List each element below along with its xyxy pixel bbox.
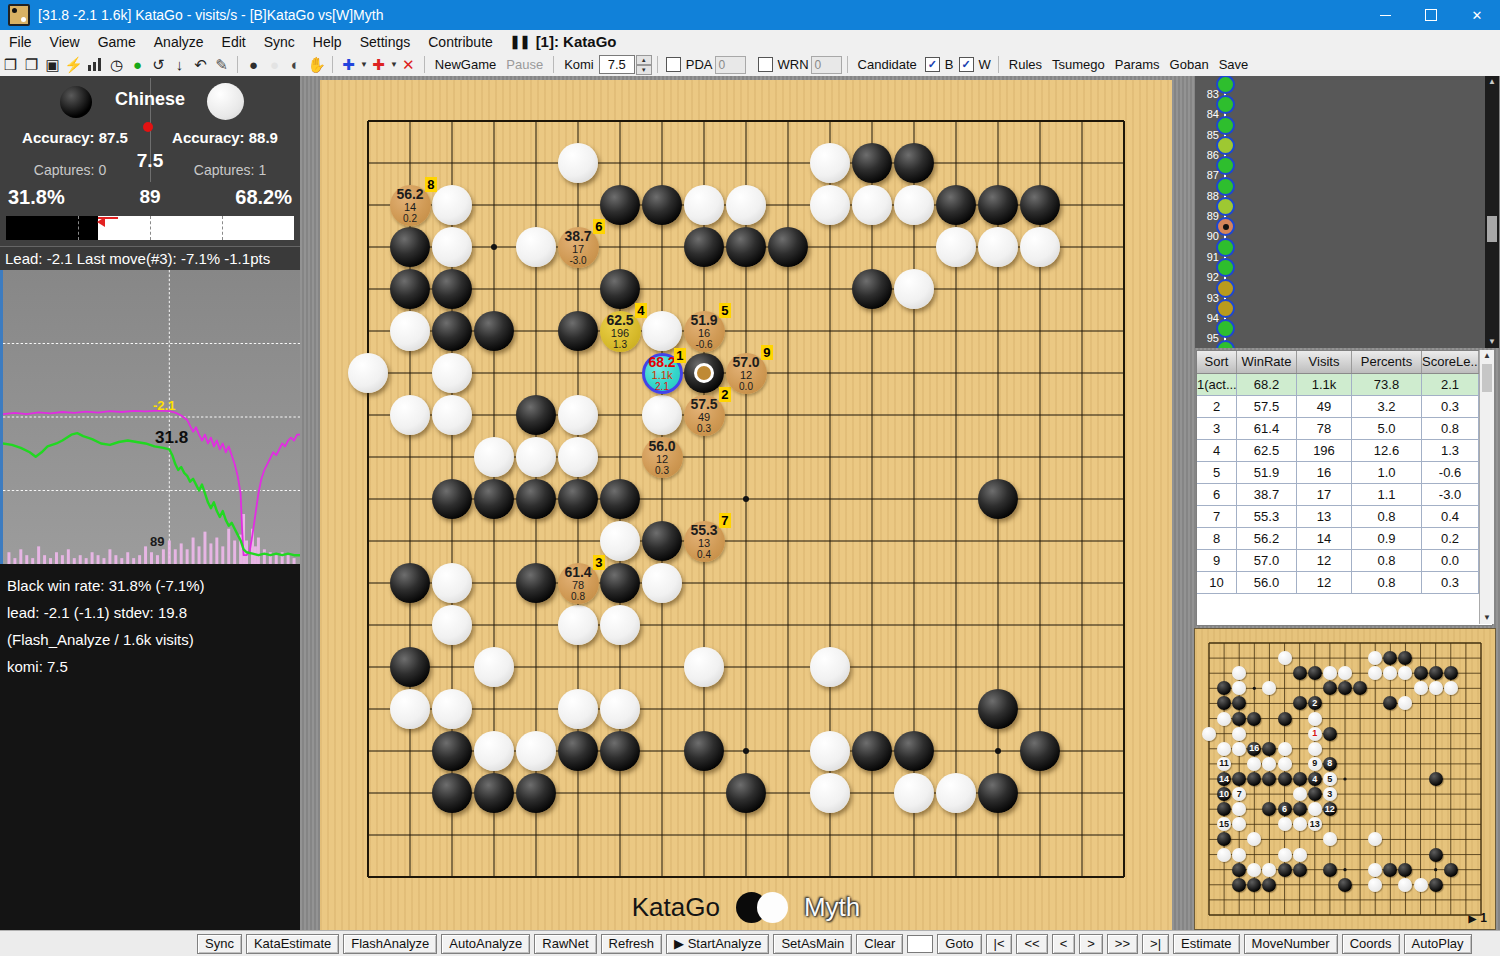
table-row[interactable]: 551.9161.0-0.6 [1197,462,1492,484]
white-stone [600,605,640,645]
table-cell: 1.1k [1297,374,1352,395]
table-cell: 0.8 [1352,550,1422,571]
mini-black-stone [1444,863,1458,877]
winrate-bar [6,216,294,240]
cell-value: 0.8 [1377,575,1395,590]
white-stone [810,647,850,687]
mini-black-stone [1293,666,1307,680]
black-stone [432,269,472,309]
pause-button[interactable]: Pause [501,57,548,72]
white-stone [390,311,430,351]
scroll-thumb[interactable] [1482,364,1492,392]
column-header-winrate[interactable]: WinRate [1237,351,1297,373]
komi-input[interactable]: 7.5 [599,55,635,74]
black-accuracy: Accuracy: 87.5 [0,129,150,146]
autoplay-button[interactable]: AutoPlay [1404,934,1472,954]
variation-number: 1 [1480,911,1487,925]
black-stone-icon[interactable]: ● [243,54,264,75]
white-stone [390,689,430,729]
red-x-icon[interactable]: ✕ [398,54,419,75]
engine-name: [1]: KataGo [536,33,617,50]
table-row[interactable]: 856.2140.90.2 [1197,528,1492,550]
move-tree[interactable]: 8384858687888990919293949596 [1195,76,1487,348]
white-stone [474,731,514,771]
cell-value: 7 [1213,509,1220,524]
candidate-score: 0.3 [655,466,669,476]
autoanalyze-button[interactable]: AutoAnalyze [441,934,530,954]
clock-icon[interactable]: ◷ [106,54,127,75]
white-player-stone-icon [207,83,244,120]
info-line: Black win rate: 31.8% (-7.1%) [7,572,293,599]
cell-value: 5 [1213,465,1220,480]
black-stone [600,479,640,519]
table-row[interactable]: 957.0120.80.0 [1197,550,1492,572]
table-row[interactable]: 638.7171.1-3.0 [1197,484,1492,506]
candidate-move-1[interactable]: 68.21.1k2.11 [642,353,683,394]
movenumber-button[interactable]: MoveNumber [1244,934,1338,954]
estimate-button[interactable]: Estimate [1173,934,1240,954]
candidate-move-2[interactable]: 57.5490.32 [684,395,725,436]
chart-icon[interactable] [88,58,102,71]
mini-black-stone-move-12: 12 [1323,802,1337,816]
cell-value: 0.8 [1441,421,1459,436]
black-stone [516,563,556,603]
column-header-visits[interactable]: Visits [1297,351,1352,373]
mini-white-stone-move-13: 13 [1308,817,1322,831]
white-stone [810,773,850,813]
toolbar-link-tsumego[interactable]: Tsumego [1047,57,1110,72]
cell-value: 14 [1317,531,1331,546]
candidate-move-6[interactable]: 38.717-3.06 [558,227,599,268]
mini-white-stone [1368,863,1382,877]
open-folder-icon[interactable]: ❐ [21,54,42,75]
candidate-b-checkbox[interactable]: ✓ [925,57,940,72]
rawnet-button[interactable]: RawNet [534,934,596,954]
coords-button[interactable]: Coords [1342,934,1400,954]
scroll-up-icon[interactable]: ▲ [1480,350,1494,362]
cell-value: 6 [1213,487,1220,502]
mini-black-stone [1247,878,1261,892]
candidate-score: 0.2 [403,214,417,224]
move-node-label: 92 [1195,271,1219,283]
winrate-bar-tick [78,216,79,240]
table-cell: 16 [1297,462,1352,483]
white-stone [516,227,556,267]
red-cross-icon[interactable]: ✚ [368,54,389,75]
nav-button[interactable]: < [1052,934,1076,954]
menu-item-game[interactable]: Game [89,34,145,50]
black-stone [978,185,1018,225]
chevron-down-icon[interactable]: ▼ [390,60,398,69]
menu-item-analyze[interactable]: Analyze [145,34,213,50]
column-header-scorelead[interactable]: ScoreLe... [1422,351,1479,373]
left-panel: Chinese Accuracy: 87.5 Accuracy: 88.9 7.… [0,76,300,930]
window-title: [31.8 -2.1 1.6k] KataGo - visits/s - [B]… [38,7,1362,23]
komi-label: Komi [559,57,599,72]
white-stone [642,563,682,603]
komi-stepper[interactable]: ▲▼ [636,55,652,75]
cell-value: 9 [1213,553,1220,568]
toggle-white-icon [757,892,788,923]
mini-black-stone [1323,727,1337,741]
goto-button[interactable]: Goto [937,934,981,954]
table-cell: 49 [1297,396,1352,417]
cell-value: -0.6 [1439,465,1461,480]
close-button[interactable]: ✕ [1454,0,1500,30]
nav-button[interactable]: >| [1142,934,1169,954]
cell-value: 57.5 [1254,399,1279,414]
black-stone [558,311,598,351]
bottom-bar: SyncKataEstimateFlashAnalyzeAutoAnalyzeR… [0,930,1500,956]
tool-bar: ❒❐▣⚡◷●↺↓↶✎●●◐✋✚▼✚▼✕NewGamePauseKomi7.5▲▼… [0,53,1500,77]
mini-white-stone [1323,666,1337,680]
menu-item-contribute[interactable]: Contribute [419,34,502,50]
move-node-label: 91 [1195,251,1219,263]
minimize-button[interactable] [1362,0,1408,30]
black-captures: Captures: 0 [0,162,140,178]
candidate-b-label: B [943,57,956,72]
toolbar-link-params[interactable]: Params [1110,57,1165,72]
black-stone [978,689,1018,729]
table-row[interactable]: 257.5493.20.3 [1197,396,1492,418]
candidate-winrate: 62.5 [606,313,633,327]
wrn-label: WRN [776,57,811,72]
move-node-label: 88 [1195,190,1219,202]
kataestimate-button[interactable]: KataEstimate [246,934,339,954]
wrn-checkbox[interactable] [758,57,773,72]
refresh-button[interactable]: Refresh [601,934,663,954]
wrn-input[interactable]: 0 [811,56,842,74]
undo-icon[interactable]: ↶ [190,54,211,75]
mini-white-stone [1278,742,1292,756]
white-stone [558,605,598,645]
table-row[interactable]: 755.3130.80.4 [1197,506,1492,528]
table-cell: 1(act... [1197,374,1237,395]
candidate-w-checkbox[interactable]: ✓ [959,57,974,72]
menu-item-help[interactable]: Help [304,34,351,50]
mini-play-label[interactable]: ▶1 [1469,911,1487,925]
move-node-label: 85 [1195,129,1219,141]
go-board[interactable]: KataGo Myth 68.21.1k2.1157.5490.3261.478… [320,80,1172,930]
menu-item-sync[interactable]: Sync [255,34,304,50]
candidate-visits: 14 [404,202,416,213]
hand-icon[interactable]: ✋ [306,54,327,75]
mini-black-stone [1232,712,1246,726]
black-stone [684,353,724,393]
table-cell: 10 [1197,572,1237,593]
black-stone [474,479,514,519]
scroll-down-icon[interactable]: ▼ [1485,336,1499,348]
pencil-icon[interactable]: ✎ [211,54,232,75]
cell-value: 2.1 [1441,377,1459,392]
status-green-icon[interactable]: ● [127,54,148,75]
down-arrow-icon[interactable]: ↓ [169,54,190,75]
cell-value: 1(act... [1197,377,1237,392]
candidate-rank-badge: 1 [674,348,685,363]
mini-black-stone [1278,863,1292,877]
white-stone [558,143,598,183]
table-cell: 78 [1297,418,1352,439]
black-stone [768,227,808,267]
toolbar-link-save[interactable]: Save [1214,57,1254,72]
table-cell: 2.1 [1422,374,1479,395]
table-row[interactable]: 1(act...68.21.1k73.82.1 [1197,374,1492,396]
table-cell: 5 [1197,462,1237,483]
black-stone [474,311,514,351]
half-stone-icon[interactable]: ◐ [285,54,306,75]
candidate-move-9[interactable]: 57.0120.09 [726,353,767,394]
mini-white-stone [1414,878,1428,892]
refresh-icon[interactable]: ↺ [148,54,169,75]
cell-value: 73.8 [1374,377,1399,392]
new-file-icon[interactable]: ❒ [0,54,21,75]
nav-button[interactable]: >> [1107,934,1138,954]
mini-black-stone [1323,863,1337,877]
info-line: (Flash_Analyze / 1.6k visits) [7,626,293,653]
cell-value: 3 [1213,421,1220,436]
mini-white-stone-move-1: 1 [1308,727,1322,741]
black-stone [432,311,472,351]
cell-value: 0.9 [1377,531,1395,546]
cell-value: 12.6 [1374,443,1399,458]
candidate-winrate: 68.2 [648,355,675,369]
table-cell: 9 [1197,550,1237,571]
black-stone [726,227,766,267]
table-cell: 0.3 [1422,572,1479,593]
table-cell: 38.7 [1237,484,1297,505]
players-row: KataGo Myth [320,892,1172,923]
table-scrollbar[interactable]: ▲ ▼ [1479,350,1494,624]
chevron-down-icon[interactable]: ▼ [360,60,368,69]
candidate-visits: 78 [572,580,584,591]
mini-white-stone-move-9: 9 [1308,757,1322,771]
setasmain-button[interactable]: SetAsMain [773,934,852,954]
black-stone [978,479,1018,519]
move-node-label: 87 [1195,169,1219,181]
newgame-button[interactable]: NewGame [430,57,501,72]
toolbar-link-rules[interactable]: Rules [1004,57,1047,72]
table-row[interactable]: 1056.0120.80.3 [1197,572,1492,594]
candidate-rank-badge: 7 [719,513,730,528]
menu-item-view[interactable]: View [41,34,89,50]
cell-value: 49 [1317,399,1331,414]
candidate-rank-badge: 8 [425,177,436,192]
candidate-winrate: 56.2 [396,187,423,201]
lead-summary: Lead: -2.1 Last move(#3): -7.1% -1.1pts [0,246,300,270]
white-stone [432,605,472,645]
table-cell: 7 [1197,506,1237,527]
mini-black-stone [1308,666,1322,680]
black-stone [600,563,640,603]
column-header-sort[interactable]: Sort [1197,351,1237,373]
variation-mini-board[interactable]: ▶1 12345678910111213141516 [1194,628,1496,930]
table-cell: 196 [1297,440,1352,461]
cell-value: 0.0 [1441,553,1459,568]
table-cell: 62.5 [1237,440,1297,461]
white-winrate-pct: 68.2% [235,186,292,209]
sync-button[interactable]: Sync [197,934,242,954]
candidate-move-3[interactable]: 61.4780.83 [558,563,599,604]
black-stone [600,269,640,309]
scroll-up-icon[interactable]: ▲ [1485,76,1499,88]
menu-item-edit[interactable]: Edit [213,34,255,50]
cell-value: 56.0 [1254,575,1279,590]
engine-info: Black win rate: 31.8% (-7.1%)lead: -2.1 … [0,564,300,930]
save-icon[interactable]: ▣ [42,54,63,75]
black-stone [936,185,976,225]
candidate-w-label: W [977,57,993,72]
startanalyze-button[interactable]: ▶ StartAnalyze [666,934,769,954]
mini-white-stone-move-5: 5 [1323,772,1337,786]
black-stone [600,185,640,225]
candidate-move-5[interactable]: 51.916-0.65 [684,311,725,352]
color-toggle[interactable] [736,892,788,923]
menu-item-settings[interactable]: Settings [351,34,420,50]
winrate-bar-tick [222,216,223,240]
cell-value: 0.2 [1441,531,1459,546]
title-bar: [31.8 -2.1 1.6k] KataGo - visits/s - [B]… [0,0,1500,30]
scroll-down-icon[interactable]: ▼ [1480,612,1494,624]
candidate-move-8[interactable]: 56.2140.28 [390,185,431,226]
cell-value: 0.4 [1441,509,1459,524]
table-cell: 8 [1197,528,1237,549]
mini-white-stone [1308,802,1322,816]
board-region: KataGo Myth 68.21.1k2.1157.5490.3261.478… [300,76,1190,930]
table-cell: 4 [1197,440,1237,461]
table-cell: 12.6 [1352,440,1422,461]
winrate-marker-line [98,217,118,219]
table-cell: 57.5 [1237,396,1297,417]
white-stone [894,185,934,225]
white-stone [936,227,976,267]
flashanalyze-button[interactable]: FlashAnalyze [343,934,437,954]
white-accuracy: Accuracy: 88.9 [150,129,300,146]
maximize-button[interactable] [1408,0,1454,30]
table-cell: 1.1 [1352,484,1422,505]
mini-black-stone [1293,802,1307,816]
mini-white-stone [1278,757,1292,771]
table-cell: 0.8 [1352,572,1422,593]
cell-value: 17 [1317,487,1331,502]
toolbar-separator [237,56,238,73]
mini-black-stone [1247,712,1261,726]
winrate-graph[interactable]: -2.1 31.8 89 [0,270,300,564]
current-move-dot [1223,224,1229,230]
last-move-marker [694,363,714,383]
black-stone [516,395,556,435]
cell-value: 1.0 [1377,465,1395,480]
white-stone [726,185,766,225]
app-icon [8,4,30,26]
lightning-icon[interactable]: ⚡ [63,54,84,75]
nav-button[interactable]: |< [986,934,1013,954]
mini-white-stone [1368,878,1382,892]
mini-black-stone [1414,666,1428,680]
candidate-rank-badge: 3 [593,555,604,570]
mini-black-stone [1278,772,1292,786]
winrate-bar-tick [150,216,151,240]
table-cell: 6 [1197,484,1237,505]
table-cell: 56.0 [1237,572,1297,593]
menu-bar: FileViewGameAnalyzeEditSyncHelpSettingsC… [0,30,1500,53]
candidate-score: 2.1 [655,382,669,392]
scroll-thumb[interactable] [1487,216,1497,242]
cell-value: 10 [1209,575,1223,590]
white-stone [390,395,430,435]
candidate-move[interactable]: 56.0120.3 [642,437,683,478]
info-line: lead: -2.1 (-1.1) stdev: 19.8 [7,599,293,626]
nav-button[interactable]: > [1079,934,1103,954]
white-stone [894,269,934,309]
clear-button[interactable]: Clear [856,934,903,954]
nav-button[interactable]: << [1016,934,1047,954]
winrate-bar-black [6,216,98,240]
move-tree-scrollbar[interactable]: ▲ ▼ [1485,76,1499,348]
blue-cross-icon[interactable]: ✚ [338,54,359,75]
white-stone-icon[interactable]: ● [264,54,285,75]
mini-white-stone [1444,681,1458,695]
move-node-label: 90 [1195,230,1219,242]
white-stone [474,647,514,687]
white-stone [474,437,514,477]
table-cell: 51.9 [1237,462,1297,483]
graph-move-label: 89 [150,534,164,549]
white-stone [432,227,472,267]
pause-icon[interactable]: ❚❚ [510,34,530,49]
mini-black-stone-move-4: 4 [1308,772,1322,786]
black-stone [684,227,724,267]
app-window: [31.8 -2.1 1.6k] KataGo - visits/s - [B]… [0,0,1500,956]
column-header-percents[interactable]: Percents [1352,351,1422,373]
mini-white-stone [1278,848,1292,862]
candidate-move-4[interactable]: 62.51961.34 [600,311,641,352]
cell-value: 1.1k [1312,377,1337,392]
pda-input[interactable]: 0 [715,56,746,74]
cell-value: 12 [1317,553,1331,568]
candidate-visits: 13 [698,538,710,549]
black-stone [516,479,556,519]
cell-value: 1.3 [1441,443,1459,458]
cell-value: -3.0 [1439,487,1461,502]
goto-input[interactable] [907,935,933,953]
menu-item-file[interactable]: File [0,34,41,50]
white-stone [558,689,598,729]
mini-white-stone [1217,848,1231,862]
table-cell: -3.0 [1422,484,1479,505]
table-row[interactable]: 462.519612.61.3 [1197,440,1492,462]
white-stone [810,185,850,225]
black-stone [432,773,472,813]
white-stone [516,731,556,771]
table-row[interactable]: 361.4785.00.8 [1197,418,1492,440]
white-stone [432,563,472,603]
mini-white-stone [1293,848,1307,862]
candidate-move-7[interactable]: 55.3130.47 [684,521,725,562]
rules-label: Chinese [0,89,300,110]
white-stone [348,353,388,393]
mini-black-stone-move-6: 6 [1278,802,1292,816]
table-cell: 73.8 [1352,374,1422,395]
black-stone [978,773,1018,813]
candidate-rank-badge: 4 [635,303,646,318]
table-cell: 12 [1297,572,1352,593]
move-node-label: 93 [1195,292,1219,304]
black-stone [516,773,556,813]
cell-value: 4 [1213,443,1220,458]
pda-checkbox[interactable] [666,57,681,72]
toolbar-link-goban[interactable]: Goban [1165,57,1214,72]
cell-value: 55.3 [1254,509,1279,524]
